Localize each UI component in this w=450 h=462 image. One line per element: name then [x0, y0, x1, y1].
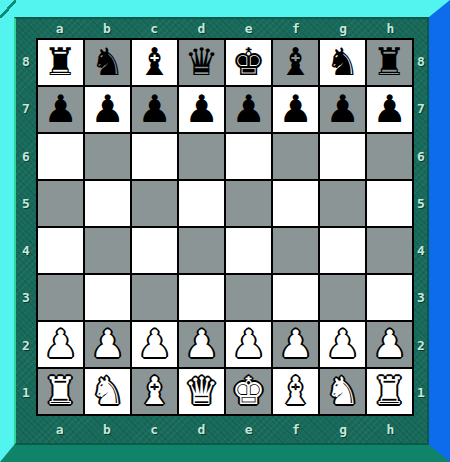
- file-labels-bottom: abcdefgh: [36, 416, 414, 443]
- square-c4[interactable]: [132, 228, 177, 273]
- rank-labels-right: 87654321: [415, 38, 427, 416]
- square-c6[interactable]: [132, 134, 177, 179]
- piece-black-pawn[interactable]: ♟: [137, 90, 171, 128]
- piece-black-knight[interactable]: ♞: [325, 43, 359, 81]
- piece-black-bishop[interactable]: ♝: [278, 43, 312, 81]
- square-c5[interactable]: [132, 181, 177, 226]
- file-labels-top: abcdefgh: [36, 19, 414, 38]
- square-b2[interactable]: ♟: [85, 322, 130, 367]
- piece-black-king[interactable]: ♚: [231, 43, 265, 81]
- square-g1[interactable]: ♞: [320, 369, 365, 414]
- square-g4[interactable]: [320, 228, 365, 273]
- file-label-f: f: [272, 416, 319, 443]
- square-h5[interactable]: [367, 181, 412, 226]
- square-f1[interactable]: ♝: [273, 369, 318, 414]
- square-b4[interactable]: [85, 228, 130, 273]
- square-e6[interactable]: [226, 134, 271, 179]
- piece-black-pawn[interactable]: ♟: [372, 90, 406, 128]
- file-label-a: a: [36, 416, 83, 443]
- square-d1[interactable]: ♛: [179, 369, 224, 414]
- rank-label-5: 5: [415, 180, 427, 227]
- piece-black-pawn[interactable]: ♟: [184, 90, 218, 128]
- piece-black-rook[interactable]: ♜: [43, 43, 77, 81]
- rank-label-6: 6: [16, 133, 36, 180]
- piece-black-rook[interactable]: ♜: [372, 43, 406, 81]
- piece-white-pawn[interactable]: ♟: [372, 325, 406, 363]
- square-e7[interactable]: ♟: [226, 87, 271, 132]
- square-f2[interactable]: ♟: [273, 322, 318, 367]
- rank-label-4: 4: [415, 227, 427, 274]
- square-c7[interactable]: ♟: [132, 87, 177, 132]
- square-e5[interactable]: [226, 181, 271, 226]
- piece-white-pawn[interactable]: ♟: [184, 325, 218, 363]
- square-a3[interactable]: [38, 275, 83, 320]
- piece-black-knight[interactable]: ♞: [90, 43, 124, 81]
- piece-white-pawn[interactable]: ♟: [278, 325, 312, 363]
- square-f3[interactable]: [273, 275, 318, 320]
- rank-label-6: 6: [415, 133, 427, 180]
- square-a6[interactable]: [38, 134, 83, 179]
- piece-black-pawn[interactable]: ♟: [90, 90, 124, 128]
- rank-label-1: 1: [415, 369, 427, 416]
- square-g5[interactable]: [320, 181, 365, 226]
- square-d4[interactable]: [179, 228, 224, 273]
- square-h3[interactable]: [367, 275, 412, 320]
- file-label-a: a: [36, 19, 83, 38]
- piece-white-pawn[interactable]: ♟: [90, 325, 124, 363]
- rank-label-7: 7: [16, 85, 36, 132]
- square-e1[interactable]: ♚: [226, 369, 271, 414]
- square-d8[interactable]: ♛: [179, 40, 224, 85]
- piece-black-bishop[interactable]: ♝: [137, 43, 171, 81]
- square-g8[interactable]: ♞: [320, 40, 365, 85]
- square-f7[interactable]: ♟: [273, 87, 318, 132]
- rank-label-8: 8: [16, 38, 36, 85]
- square-d2[interactable]: ♟: [179, 322, 224, 367]
- rank-label-1: 1: [16, 369, 36, 416]
- square-e4[interactable]: [226, 228, 271, 273]
- file-label-h: h: [367, 19, 414, 38]
- square-d7[interactable]: ♟: [179, 87, 224, 132]
- rank-label-4: 4: [16, 227, 36, 274]
- file-label-c: c: [131, 416, 178, 443]
- file-label-e: e: [225, 19, 272, 38]
- square-h6[interactable]: [367, 134, 412, 179]
- square-h8[interactable]: ♜: [367, 40, 412, 85]
- piece-white-rook[interactable]: ♜: [43, 372, 77, 410]
- square-b5[interactable]: [85, 181, 130, 226]
- square-f5[interactable]: [273, 181, 318, 226]
- square-e8[interactable]: ♚: [226, 40, 271, 85]
- rank-label-2: 2: [16, 322, 36, 369]
- square-g2[interactable]: ♟: [320, 322, 365, 367]
- square-a4[interactable]: [38, 228, 83, 273]
- square-b8[interactable]: ♞: [85, 40, 130, 85]
- file-label-f: f: [272, 19, 319, 38]
- square-a7[interactable]: ♟: [38, 87, 83, 132]
- file-label-b: b: [83, 416, 130, 443]
- rank-label-8: 8: [415, 38, 427, 85]
- piece-black-pawn[interactable]: ♟: [278, 90, 312, 128]
- piece-white-pawn[interactable]: ♟: [231, 325, 265, 363]
- piece-white-pawn[interactable]: ♟: [137, 325, 171, 363]
- square-f6[interactable]: [273, 134, 318, 179]
- piece-black-pawn[interactable]: ♟: [325, 90, 359, 128]
- square-a1[interactable]: ♜: [38, 369, 83, 414]
- piece-white-king[interactable]: ♚: [231, 372, 265, 410]
- file-label-g: g: [320, 416, 367, 443]
- square-h2[interactable]: ♟: [367, 322, 412, 367]
- square-g3[interactable]: [320, 275, 365, 320]
- rank-label-5: 5: [16, 180, 36, 227]
- coordinate-mat: abcdefgh 87654321 87654321 abcdefgh ♜♞♝♛…: [14, 17, 429, 445]
- square-a5[interactable]: [38, 181, 83, 226]
- file-label-d: d: [178, 19, 225, 38]
- square-h1[interactable]: ♜: [367, 369, 412, 414]
- file-label-g: g: [320, 19, 367, 38]
- piece-white-pawn[interactable]: ♟: [325, 325, 359, 363]
- square-g7[interactable]: ♟: [320, 87, 365, 132]
- rank-label-3: 3: [415, 274, 427, 321]
- square-e2[interactable]: ♟: [226, 322, 271, 367]
- piece-white-pawn[interactable]: ♟: [43, 325, 77, 363]
- square-a2[interactable]: ♟: [38, 322, 83, 367]
- square-e3[interactable]: [226, 275, 271, 320]
- piece-black-pawn[interactable]: ♟: [43, 90, 77, 128]
- file-label-e: e: [225, 416, 272, 443]
- board-frame: abcdefgh 87654321 87654321 abcdefgh ♜♞♝♛…: [0, 0, 450, 462]
- rank-label-7: 7: [415, 85, 427, 132]
- square-b7[interactable]: ♟: [85, 87, 130, 132]
- file-label-d: d: [178, 416, 225, 443]
- chess-app-window: abcdefgh 87654321 87654321 abcdefgh ♜♞♝♛…: [0, 0, 450, 462]
- piece-white-knight[interactable]: ♞: [90, 372, 124, 410]
- square-b3[interactable]: [85, 275, 130, 320]
- piece-black-queen[interactable]: ♛: [184, 43, 218, 81]
- rank-labels-left: 87654321: [16, 38, 36, 416]
- rank-label-3: 3: [16, 274, 36, 321]
- square-h4[interactable]: [367, 228, 412, 273]
- file-label-h: h: [367, 416, 414, 443]
- square-h7[interactable]: ♟: [367, 87, 412, 132]
- square-d6[interactable]: [179, 134, 224, 179]
- piece-white-queen[interactable]: ♛: [184, 372, 218, 410]
- square-d5[interactable]: [179, 181, 224, 226]
- file-label-b: b: [83, 19, 130, 38]
- square-c2[interactable]: ♟: [132, 322, 177, 367]
- square-g6[interactable]: [320, 134, 365, 179]
- square-b6[interactable]: [85, 134, 130, 179]
- square-f8[interactable]: ♝: [273, 40, 318, 85]
- rank-label-2: 2: [415, 322, 427, 369]
- square-f4[interactable]: [273, 228, 318, 273]
- square-c1[interactable]: ♝: [132, 369, 177, 414]
- piece-black-pawn[interactable]: ♟: [231, 90, 265, 128]
- piece-white-rook[interactable]: ♜: [372, 372, 406, 410]
- square-a8[interactable]: ♜: [38, 40, 83, 85]
- square-c3[interactable]: [132, 275, 177, 320]
- square-c8[interactable]: ♝: [132, 40, 177, 85]
- chessboard: ♜♞♝♛♚♝♞♜♟♟♟♟♟♟♟♟♟♟♟♟♟♟♟♟♜♞♝♛♚♝♞♜: [36, 38, 414, 416]
- piece-white-bishop[interactable]: ♝: [278, 372, 312, 410]
- piece-white-bishop[interactable]: ♝: [137, 372, 171, 410]
- square-d3[interactable]: [179, 275, 224, 320]
- file-label-c: c: [131, 19, 178, 38]
- piece-white-knight[interactable]: ♞: [325, 372, 359, 410]
- square-b1[interactable]: ♞: [85, 369, 130, 414]
